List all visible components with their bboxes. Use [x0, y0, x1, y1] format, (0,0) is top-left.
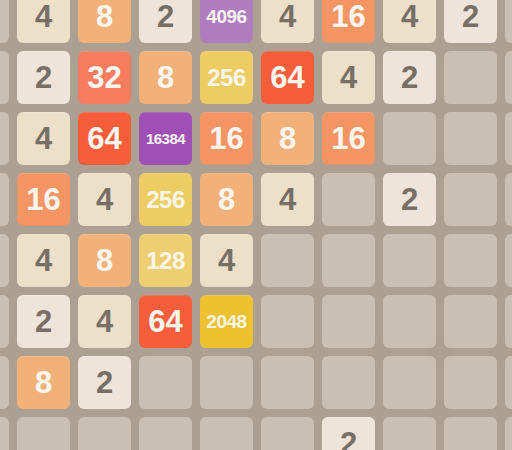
empty-cell [505, 234, 512, 287]
tile-16: 16 [322, 112, 375, 165]
tile-2: 2 [78, 356, 131, 409]
tile-32: 32 [78, 51, 131, 104]
tile-4: 4 [78, 295, 131, 348]
empty-cell [444, 234, 497, 287]
tile-4096: 4096 [200, 0, 253, 43]
tile-8: 8 [78, 0, 131, 43]
empty-cell [505, 173, 512, 226]
tile-128: 128 [139, 234, 192, 287]
game-viewport: 4824096416422328256644246416384168161642… [0, 0, 512, 450]
tile-8: 8 [17, 356, 70, 409]
tile-256: 256 [200, 51, 253, 104]
empty-cell [0, 295, 9, 348]
tile-4: 4 [261, 173, 314, 226]
tile-8: 8 [78, 234, 131, 287]
empty-cell [444, 173, 497, 226]
tile-2: 2 [17, 295, 70, 348]
tile-4: 4 [17, 112, 70, 165]
tile-16384: 16384 [139, 112, 192, 165]
tile-2: 2 [444, 0, 497, 43]
tile-8: 8 [200, 173, 253, 226]
tile-4: 4 [17, 0, 70, 43]
tile-4: 4 [17, 234, 70, 287]
empty-cell [505, 0, 512, 43]
empty-cell [383, 234, 436, 287]
empty-cell [383, 356, 436, 409]
empty-cell [0, 112, 9, 165]
tile-16: 16 [322, 0, 375, 43]
empty-cell [78, 417, 131, 450]
empty-cell [0, 417, 9, 450]
tile-2: 2 [17, 51, 70, 104]
empty-cell [17, 417, 70, 450]
empty-cell [200, 417, 253, 450]
empty-cell [505, 51, 512, 104]
tile-16: 16 [200, 112, 253, 165]
empty-cell [322, 356, 375, 409]
tile-64: 64 [78, 112, 131, 165]
empty-cell [505, 295, 512, 348]
empty-cell [200, 356, 253, 409]
empty-cell [322, 173, 375, 226]
empty-cell [261, 356, 314, 409]
empty-cell [261, 234, 314, 287]
empty-cell [0, 173, 9, 226]
empty-cell [261, 295, 314, 348]
tile-4: 4 [322, 51, 375, 104]
empty-cell [505, 356, 512, 409]
tile-2: 2 [383, 51, 436, 104]
tile-64: 64 [261, 51, 314, 104]
empty-cell [383, 417, 436, 450]
empty-cell [261, 417, 314, 450]
tile-4: 4 [200, 234, 253, 287]
tile-2048: 2048 [200, 295, 253, 348]
empty-cell [0, 356, 9, 409]
empty-cell [322, 295, 375, 348]
empty-cell [139, 417, 192, 450]
tile-2: 2 [383, 173, 436, 226]
empty-cell [444, 51, 497, 104]
empty-cell [505, 417, 512, 450]
tile-4: 4 [261, 0, 314, 43]
empty-cell [383, 112, 436, 165]
tile-8: 8 [261, 112, 314, 165]
empty-cell [444, 295, 497, 348]
board-2048[interactable]: 4824096416422328256644246416384168161642… [0, 0, 512, 450]
empty-cell [322, 234, 375, 287]
empty-cell [444, 112, 497, 165]
tile-64: 64 [139, 295, 192, 348]
empty-cell [444, 356, 497, 409]
tile-4: 4 [383, 0, 436, 43]
tile-2: 2 [139, 0, 192, 43]
empty-cell [0, 234, 9, 287]
empty-cell [0, 0, 9, 43]
empty-cell [444, 417, 497, 450]
tile-8: 8 [139, 51, 192, 104]
empty-cell [383, 295, 436, 348]
tile-2: 2 [322, 417, 375, 450]
empty-cell [505, 112, 512, 165]
empty-cell [0, 51, 9, 104]
tile-4: 4 [78, 173, 131, 226]
tile-256: 256 [139, 173, 192, 226]
tile-16: 16 [17, 173, 70, 226]
empty-cell [139, 356, 192, 409]
